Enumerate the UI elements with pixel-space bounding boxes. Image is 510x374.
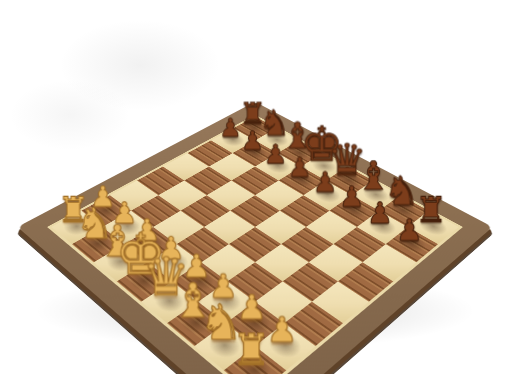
chess-board: ♜♞♝♚♛♝♞♜♟♟♟♟♟♟♟♟♟♟♟♟♟♟♟♟♜♞♝♚♛♝♞♜ [17, 102, 492, 374]
white-rook-a1[interactable]: ♜ [232, 329, 271, 372]
black-pawn-b7[interactable]: ♟ [367, 199, 393, 228]
white-pawn-a2[interactable]: ♟ [266, 313, 297, 348]
product-photo-stage: ♜♞♝♚♛♝♞♜♟♟♟♟♟♟♟♟♟♟♟♟♟♟♟♟♜♞♝♚♛♝♞♜ [0, 0, 510, 374]
black-pawn-a7[interactable]: ♟ [396, 215, 423, 245]
scene: ♜♞♝♚♛♝♞♜♟♟♟♟♟♟♟♟♟♟♟♟♟♟♟♟♜♞♝♚♛♝♞♜ [0, 0, 510, 374]
